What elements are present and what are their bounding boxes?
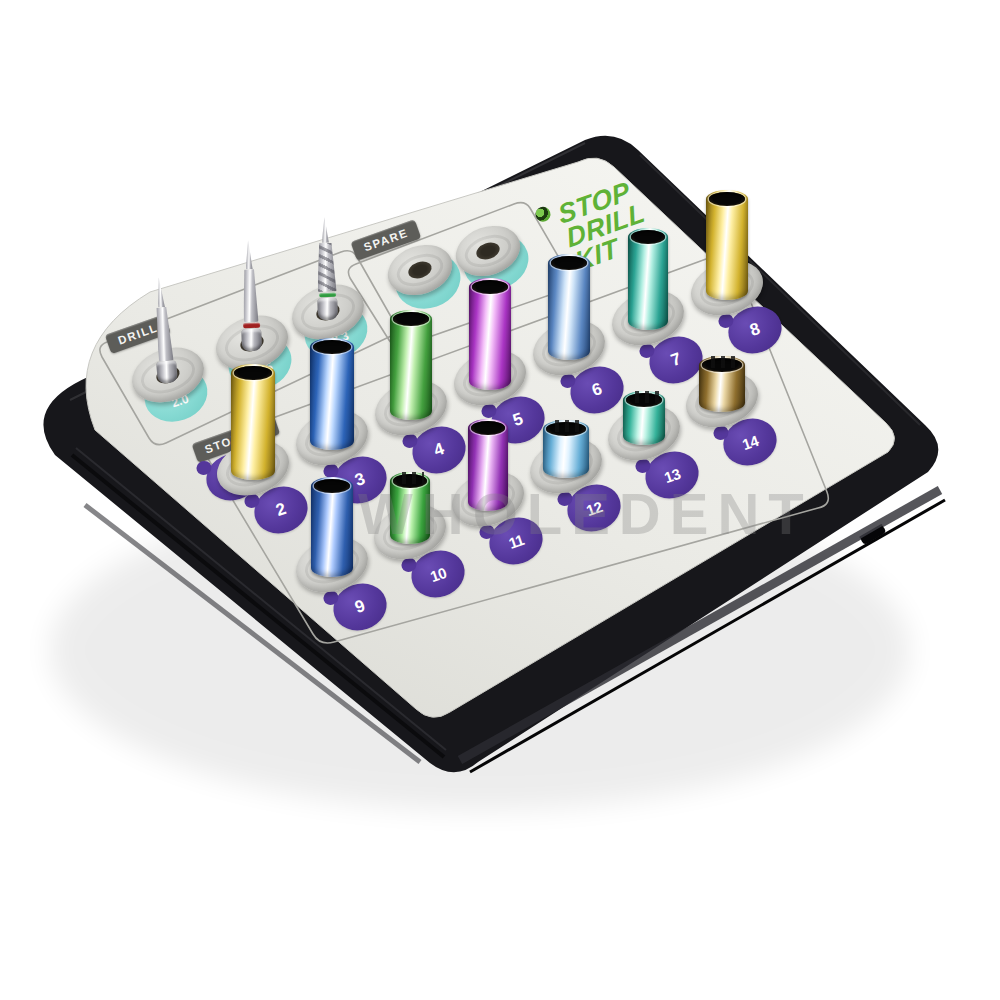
drill-stopper-6 bbox=[548, 254, 590, 360]
drill-tip bbox=[245, 240, 253, 270]
drill-body bbox=[154, 307, 174, 362]
drill-3-3 bbox=[313, 217, 339, 321]
drill-stopper-9 bbox=[311, 477, 353, 577]
slot-number: 11 bbox=[506, 531, 526, 552]
slot-number: 14 bbox=[740, 431, 760, 452]
drill-stopper-4 bbox=[390, 310, 432, 420]
drill-body bbox=[316, 242, 337, 292]
drill-2-5 bbox=[237, 240, 263, 352]
drill-red-ring bbox=[243, 323, 260, 328]
drill-stopper-14 bbox=[699, 356, 745, 412]
drill-stopper-11 bbox=[468, 419, 508, 511]
slot-number: 6 bbox=[589, 379, 604, 401]
drill-stopper-2 bbox=[231, 364, 275, 480]
slot-number: 3 bbox=[352, 469, 367, 491]
drill-stopper-8 bbox=[706, 190, 748, 300]
drill-tip bbox=[155, 277, 165, 307]
slot-number: 7 bbox=[668, 349, 683, 371]
drill-stopper-5 bbox=[469, 278, 511, 390]
slot-number: 13 bbox=[662, 464, 682, 485]
slot-number: 4 bbox=[431, 439, 446, 461]
slot-number: 9 bbox=[352, 596, 367, 618]
drill-collar bbox=[317, 298, 338, 320]
slot-number: 10 bbox=[428, 563, 448, 584]
drill-collar bbox=[156, 360, 178, 384]
drill-stopper-12 bbox=[543, 420, 589, 478]
drill-stopper-3 bbox=[310, 338, 354, 450]
drill-stopper-7 bbox=[628, 228, 668, 330]
drill-collar bbox=[241, 329, 262, 351]
slot-number: 2 bbox=[273, 499, 288, 521]
drill-tip bbox=[321, 217, 329, 243]
drill-body bbox=[242, 269, 259, 323]
slot-number: 12 bbox=[584, 497, 604, 518]
product-photo-scene: DRILL SPARE STOPPER STOP DRILL KIT 2.0 2… bbox=[0, 0, 1000, 1000]
slot-number: 8 bbox=[747, 319, 762, 341]
slot-number: 5 bbox=[510, 409, 525, 431]
drill-stopper-13 bbox=[623, 391, 665, 445]
drill-green-ring bbox=[319, 292, 336, 297]
drill-stopper-10 bbox=[390, 472, 430, 544]
